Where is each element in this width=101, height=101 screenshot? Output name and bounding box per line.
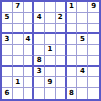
- cell-r8c1[interactable]: [2, 77, 13, 88]
- cell-r3c5[interactable]: [45, 24, 56, 35]
- cell-r4c4[interactable]: [34, 34, 45, 45]
- cell-r5c7[interactable]: [67, 45, 78, 56]
- cell-r8c6[interactable]: [56, 77, 67, 88]
- cell-r4c7[interactable]: [67, 34, 78, 45]
- cell-r1c5[interactable]: [45, 2, 56, 13]
- cell-r5c1[interactable]: [2, 45, 13, 56]
- cell-r6c5[interactable]: [45, 56, 56, 67]
- cell-r5c3[interactable]: [24, 45, 35, 56]
- cell-r9c4[interactable]: [34, 88, 45, 99]
- cell-r9c3[interactable]: [24, 88, 35, 99]
- cell-r5c5[interactable]: 1: [45, 45, 56, 56]
- cell-r9c6[interactable]: [56, 88, 67, 99]
- cell-r4c9[interactable]: [88, 34, 99, 45]
- cell-r1c4[interactable]: [34, 2, 45, 13]
- cell-r2c3[interactable]: [24, 13, 35, 24]
- cell-r3c7[interactable]: [67, 24, 78, 35]
- cell-r2c4[interactable]: 4: [34, 13, 45, 24]
- cell-r3c3[interactable]: [24, 24, 35, 35]
- cell-r2c7[interactable]: [67, 13, 78, 24]
- cell-r1c6[interactable]: [56, 2, 67, 13]
- cell-r2c6[interactable]: 2: [56, 13, 67, 24]
- cell-r7c4[interactable]: 3: [34, 67, 45, 78]
- cell-r4c8[interactable]: 5: [77, 34, 88, 45]
- cell-r2c8[interactable]: [77, 13, 88, 24]
- cell-r6c2[interactable]: [13, 56, 24, 67]
- cell-r7c1[interactable]: [2, 67, 13, 78]
- cell-r2c1[interactable]: 5: [2, 13, 13, 24]
- cell-r9c7[interactable]: 8: [67, 88, 78, 99]
- cell-r2c9[interactable]: [88, 13, 99, 24]
- cell-r8c9[interactable]: [88, 77, 99, 88]
- cell-r4c6[interactable]: [56, 34, 67, 45]
- cell-r3c9[interactable]: [88, 24, 99, 35]
- cell-r6c9[interactable]: [88, 56, 99, 67]
- cell-r5c6[interactable]: [56, 45, 67, 56]
- cell-r9c5[interactable]: [45, 88, 56, 99]
- cell-r8c3[interactable]: [24, 77, 35, 88]
- cell-r8c4[interactable]: [34, 77, 45, 88]
- cell-r6c1[interactable]: [2, 56, 13, 67]
- cell-r8c5[interactable]: 9: [45, 77, 56, 88]
- cell-r5c9[interactable]: [88, 45, 99, 56]
- cell-r9c2[interactable]: [13, 88, 24, 99]
- cell-r5c4[interactable]: [34, 45, 45, 56]
- cell-r2c2[interactable]: [13, 13, 24, 24]
- cell-r8c2[interactable]: 1: [13, 77, 24, 88]
- cell-r4c5[interactable]: [45, 34, 56, 45]
- cell-r7c9[interactable]: [88, 67, 99, 78]
- cell-r1c2[interactable]: 7: [13, 2, 24, 13]
- cell-r9c9[interactable]: [88, 88, 99, 99]
- cell-r1c8[interactable]: [77, 2, 88, 13]
- cell-r7c7[interactable]: [67, 67, 78, 78]
- cell-r5c2[interactable]: [13, 45, 24, 56]
- cell-r1c1[interactable]: [2, 2, 13, 13]
- cell-r6c7[interactable]: [67, 56, 78, 67]
- cell-r7c3[interactable]: [24, 67, 35, 78]
- cell-r6c4[interactable]: 8: [34, 56, 45, 67]
- cell-r8c7[interactable]: [67, 77, 78, 88]
- cell-r9c1[interactable]: 6: [2, 88, 13, 99]
- cell-r3c2[interactable]: [13, 24, 24, 35]
- cell-r1c9[interactable]: 9: [88, 2, 99, 13]
- cell-r9c8[interactable]: [77, 88, 88, 99]
- cell-r6c6[interactable]: [56, 56, 67, 67]
- cell-r3c6[interactable]: [56, 24, 67, 35]
- cell-r8c8[interactable]: [77, 77, 88, 88]
- cell-r4c2[interactable]: [13, 34, 24, 45]
- cell-r7c2[interactable]: [13, 67, 24, 78]
- cell-r1c3[interactable]: [24, 2, 35, 13]
- cell-r6c8[interactable]: [77, 56, 88, 67]
- sudoku-board: 71954234518341968: [0, 0, 101, 101]
- cell-r5c8[interactable]: [77, 45, 88, 56]
- cell-r4c3[interactable]: 4: [24, 34, 35, 45]
- cell-r7c5[interactable]: [45, 67, 56, 78]
- cell-r7c8[interactable]: 4: [77, 67, 88, 78]
- cell-r4c1[interactable]: 3: [2, 34, 13, 45]
- cell-r7c6[interactable]: [56, 67, 67, 78]
- cell-r3c1[interactable]: [2, 24, 13, 35]
- cell-r3c4[interactable]: [34, 24, 45, 35]
- cell-r2c5[interactable]: [45, 13, 56, 24]
- cell-r1c7[interactable]: 1: [67, 2, 78, 13]
- cell-r3c8[interactable]: [77, 24, 88, 35]
- cell-r6c3[interactable]: [24, 56, 35, 67]
